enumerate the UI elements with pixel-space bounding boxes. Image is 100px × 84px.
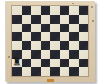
square-g6[interactable] [69, 24, 79, 33]
square-e5[interactable] [50, 32, 60, 41]
screenshot-root: ♜ [0, 0, 100, 84]
square-b5[interactable] [22, 32, 32, 41]
square-c5[interactable] [31, 32, 41, 41]
square-h4[interactable] [79, 41, 89, 50]
square-f1[interactable] [60, 67, 70, 76]
square-d5[interactable] [41, 32, 51, 41]
square-d7[interactable] [41, 15, 51, 24]
square-f7[interactable] [60, 15, 70, 24]
square-f2[interactable] [60, 59, 70, 68]
square-d1[interactable] [41, 67, 51, 76]
square-b1[interactable] [22, 67, 32, 76]
wood-knot [92, 20, 94, 22]
square-c8[interactable] [31, 6, 41, 15]
board-maker-logo [47, 79, 54, 82]
square-d3[interactable] [41, 50, 51, 59]
square-d6[interactable] [41, 24, 51, 33]
square-g8[interactable] [69, 6, 79, 15]
square-e2[interactable] [50, 59, 60, 68]
square-e7[interactable] [50, 15, 60, 24]
square-c7[interactable] [31, 15, 41, 24]
black-rook-piece[interactable]: ♜ [12, 57, 21, 67]
square-e1[interactable] [50, 67, 60, 76]
square-d2[interactable] [41, 59, 51, 68]
square-g5[interactable] [69, 32, 79, 41]
square-f8[interactable] [60, 6, 70, 15]
square-a4[interactable] [12, 41, 22, 50]
chessboard[interactable]: ♜ [12, 6, 88, 76]
square-c4[interactable] [31, 41, 41, 50]
square-a6[interactable] [12, 24, 22, 33]
square-f6[interactable] [60, 24, 70, 33]
square-b3[interactable] [22, 50, 32, 59]
square-e8[interactable] [50, 6, 60, 15]
square-a2[interactable]: ♜ [12, 59, 22, 68]
square-h3[interactable] [79, 50, 89, 59]
square-h5[interactable] [79, 32, 89, 41]
square-c1[interactable] [31, 67, 41, 76]
square-b8[interactable] [22, 6, 32, 15]
square-a5[interactable] [12, 32, 22, 41]
square-c6[interactable] [31, 24, 41, 33]
square-b6[interactable] [22, 24, 32, 33]
square-f4[interactable] [60, 41, 70, 50]
square-g3[interactable] [69, 50, 79, 59]
wood-knot [72, 3, 74, 4]
square-f3[interactable] [60, 50, 70, 59]
chessboard-frame: ♜ [6, 1, 95, 82]
square-b2[interactable] [22, 59, 32, 68]
square-g2[interactable] [69, 59, 79, 68]
square-a1[interactable] [12, 67, 22, 76]
square-h7[interactable] [79, 15, 89, 24]
square-c3[interactable] [31, 50, 41, 59]
square-f5[interactable] [60, 32, 70, 41]
square-d4[interactable] [41, 41, 51, 50]
square-e3[interactable] [50, 50, 60, 59]
square-b4[interactable] [22, 41, 32, 50]
square-a7[interactable] [12, 15, 22, 24]
square-e4[interactable] [50, 41, 60, 50]
square-e6[interactable] [50, 24, 60, 33]
square-h6[interactable] [79, 24, 89, 33]
square-h1[interactable] [79, 67, 89, 76]
square-c2[interactable] [31, 59, 41, 68]
square-h2[interactable] [79, 59, 89, 68]
square-a8[interactable] [12, 6, 22, 15]
square-g4[interactable] [69, 41, 79, 50]
square-d8[interactable] [41, 6, 51, 15]
square-g7[interactable] [69, 15, 79, 24]
square-b7[interactable] [22, 15, 32, 24]
square-g1[interactable] [69, 67, 79, 76]
wood-knot [91, 6, 93, 8]
square-h8[interactable] [79, 6, 89, 15]
wood-knot [8, 56, 10, 58]
